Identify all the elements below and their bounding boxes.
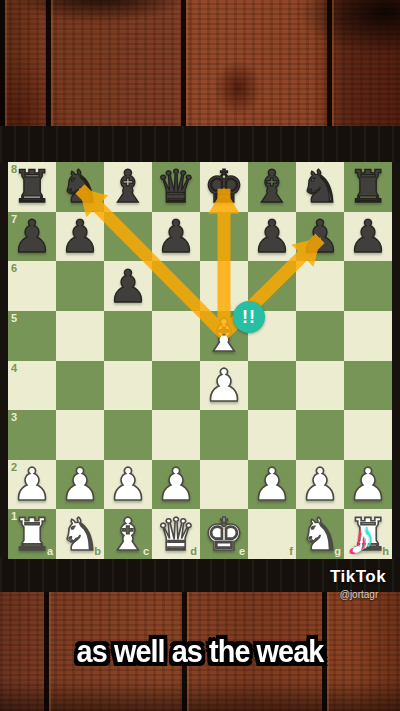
square-e4[interactable]: ♟ xyxy=(200,361,248,411)
piece-black-king-e8[interactable]: ♚ xyxy=(204,162,244,211)
square-b4[interactable] xyxy=(56,361,104,411)
square-a3[interactable]: 3 xyxy=(8,410,56,460)
square-b5[interactable] xyxy=(56,311,104,361)
square-b2[interactable]: ♟ xyxy=(56,460,104,510)
square-g3[interactable] xyxy=(296,410,344,460)
square-e2[interactable] xyxy=(200,460,248,510)
piece-black-queen-d8[interactable]: ♛ xyxy=(156,162,196,211)
piece-white-pawn-b2[interactable]: ♟ xyxy=(60,460,100,509)
square-g4[interactable] xyxy=(296,361,344,411)
square-h2[interactable]: ♟ xyxy=(344,460,392,510)
plank-gap xyxy=(181,0,186,130)
square-b7[interactable]: ♟ xyxy=(56,212,104,262)
piece-white-pawn-c2[interactable]: ♟ xyxy=(108,460,148,509)
square-d1[interactable]: d♛ xyxy=(152,509,200,559)
square-c2[interactable]: ♟ xyxy=(104,460,152,510)
square-f4[interactable] xyxy=(248,361,296,411)
piece-black-knight-g8[interactable]: ♞ xyxy=(300,162,340,211)
square-d7[interactable]: ♟ xyxy=(152,212,200,262)
square-a4[interactable]: 4 xyxy=(8,361,56,411)
piece-black-bishop-f8[interactable]: ♝ xyxy=(252,162,292,211)
rank-label-3: 3 xyxy=(11,412,17,423)
piece-black-pawn-b7[interactable]: ♟ xyxy=(60,212,100,261)
wood-plank-top xyxy=(0,0,400,130)
piece-black-pawn-c6[interactable]: ♟ xyxy=(108,262,148,311)
piece-white-pawn-d2[interactable]: ♟ xyxy=(156,460,196,509)
plank-gap xyxy=(0,0,5,130)
piece-black-knight-b8[interactable]: ♞ xyxy=(60,162,100,211)
video-frame: 8♜♞♝♛♚♝♞♜7♟♟♟♟♟♟6♟5♝4♟32♟♟♟♟♟♟♟1a♜b♞c♝d♛… xyxy=(0,0,400,711)
square-d2[interactable]: ♟ xyxy=(152,460,200,510)
subtitle-caption: as well as the weak xyxy=(14,634,386,670)
square-b1[interactable]: b♞ xyxy=(56,509,104,559)
file-label-f: f xyxy=(289,546,293,557)
square-b3[interactable] xyxy=(56,410,104,460)
piece-white-pawn-h2[interactable]: ♟ xyxy=(348,460,388,509)
rank-label-5: 5 xyxy=(11,313,17,324)
square-a2[interactable]: 2♟ xyxy=(8,460,56,510)
square-c3[interactable] xyxy=(104,410,152,460)
tiktok-handle: @jortagr xyxy=(318,589,400,600)
square-c1[interactable]: c♝ xyxy=(104,509,152,559)
piece-white-pawn-a2[interactable]: ♟ xyxy=(12,460,52,509)
square-a6[interactable]: 6 xyxy=(8,261,56,311)
square-a8[interactable]: 8♜ xyxy=(8,162,56,212)
chess-board: 8♜♞♝♛♚♝♞♜7♟♟♟♟♟♟6♟5♝4♟32♟♟♟♟♟♟♟1a♜b♞c♝d♛… xyxy=(8,162,392,559)
square-a5[interactable]: 5 xyxy=(8,311,56,361)
dark-wood-band-top xyxy=(0,126,400,163)
square-e7[interactable] xyxy=(200,212,248,262)
square-g1[interactable]: g♞ xyxy=(296,509,344,559)
piece-white-pawn-e4[interactable]: ♟ xyxy=(204,361,244,410)
square-h5[interactable] xyxy=(344,311,392,361)
piece-white-rook-a1[interactable]: ♜ xyxy=(12,510,52,559)
square-f2[interactable]: ♟ xyxy=(248,460,296,510)
square-g2[interactable]: ♟ xyxy=(296,460,344,510)
square-c8[interactable]: ♝ xyxy=(104,162,152,212)
square-e3[interactable] xyxy=(200,410,248,460)
plank-gap xyxy=(46,0,51,130)
plank-gap xyxy=(327,0,332,130)
square-h4[interactable] xyxy=(344,361,392,411)
square-f8[interactable]: ♝ xyxy=(248,162,296,212)
piece-black-pawn-a7[interactable]: ♟ xyxy=(12,212,52,261)
brilliant-move-badge: !! xyxy=(233,301,265,333)
piece-black-rook-h8[interactable]: ♜ xyxy=(348,162,388,211)
square-e1[interactable]: e♚ xyxy=(200,509,248,559)
rank-label-4: 4 xyxy=(11,363,17,374)
piece-black-bishop-c8[interactable]: ♝ xyxy=(108,162,148,211)
piece-black-pawn-h7[interactable]: ♟ xyxy=(348,212,388,261)
square-e8[interactable]: ♚ xyxy=(200,162,248,212)
piece-white-king-e1[interactable]: ♚ xyxy=(204,510,244,559)
square-d3[interactable] xyxy=(152,410,200,460)
square-h3[interactable] xyxy=(344,410,392,460)
square-b8[interactable]: ♞ xyxy=(56,162,104,212)
piece-white-pawn-f2[interactable]: ♟ xyxy=(252,460,292,509)
square-g7[interactable]: ♟ xyxy=(296,212,344,262)
square-g6[interactable] xyxy=(296,261,344,311)
square-c4[interactable] xyxy=(104,361,152,411)
square-a1[interactable]: 1a♜ xyxy=(8,509,56,559)
square-g5[interactable] xyxy=(296,311,344,361)
piece-black-pawn-d7[interactable]: ♟ xyxy=(156,212,196,261)
square-f1[interactable]: f xyxy=(248,509,296,559)
square-d6[interactable] xyxy=(152,261,200,311)
piece-white-queen-d1[interactable]: ♛ xyxy=(156,510,196,559)
square-d8[interactable]: ♛ xyxy=(152,162,200,212)
piece-black-pawn-f7[interactable]: ♟ xyxy=(252,212,292,261)
chess-board-wrap: 8♜♞♝♛♚♝♞♜7♟♟♟♟♟♟6♟5♝4♟32♟♟♟♟♟♟♟1a♜b♞c♝d♛… xyxy=(8,162,392,559)
rank-label-6: 6 xyxy=(11,263,17,274)
piece-black-rook-a8[interactable]: ♜ xyxy=(12,162,52,211)
square-c5[interactable] xyxy=(104,311,152,361)
square-d4[interactable] xyxy=(152,361,200,411)
square-g8[interactable]: ♞ xyxy=(296,162,344,212)
piece-white-pawn-g2[interactable]: ♟ xyxy=(300,460,340,509)
square-f7[interactable]: ♟ xyxy=(248,212,296,262)
square-a7[interactable]: 7♟ xyxy=(8,212,56,262)
square-h6[interactable] xyxy=(344,261,392,311)
piece-white-knight-b1[interactable]: ♞ xyxy=(60,510,100,559)
square-f3[interactable] xyxy=(248,410,296,460)
piece-black-pawn-g7[interactable]: ♟ xyxy=(300,212,340,261)
piece-white-bishop-c1[interactable]: ♝ xyxy=(108,510,148,559)
square-h8[interactable]: ♜ xyxy=(344,162,392,212)
square-d5[interactable] xyxy=(152,311,200,361)
square-c6[interactable]: ♟ xyxy=(104,261,152,311)
square-c7[interactable] xyxy=(104,212,152,262)
square-b6[interactable] xyxy=(56,261,104,311)
tiktok-brand-label: TikTok xyxy=(318,567,398,587)
square-h7[interactable]: ♟ xyxy=(344,212,392,262)
piece-white-knight-g1[interactable]: ♞ xyxy=(300,510,340,559)
